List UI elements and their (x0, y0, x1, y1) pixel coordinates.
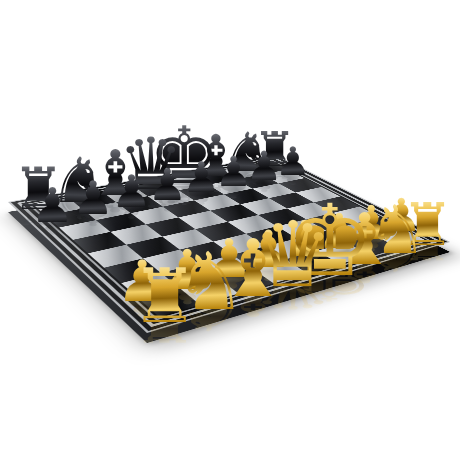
chess-set-photo: ♜♜♞♞♝♝♛♛♚♚♝♝♞♞♜♜♟♟♟♟♟♟♟♟♟♟♟♟♟♟♟♟♟♟♟♟♟♟♟♟… (0, 0, 460, 460)
board-grid (33, 161, 424, 316)
chess-board (8, 155, 450, 333)
